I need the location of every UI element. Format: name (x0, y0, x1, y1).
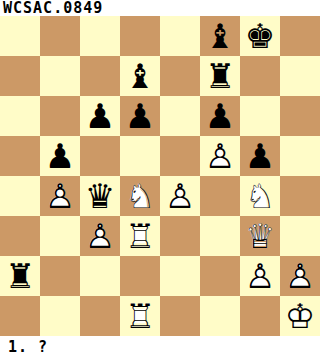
square-b1[interactable] (40, 296, 80, 336)
piece-glyph: ♘ (240, 176, 280, 216)
piece-glyph: ♙ (240, 256, 280, 296)
square-a1[interactable] (0, 296, 40, 336)
piece-glyph: ♙ (80, 216, 120, 256)
square-c7[interactable] (80, 56, 120, 96)
square-h6[interactable] (280, 96, 320, 136)
piece-black-pawn: ♟ (240, 136, 280, 176)
square-c6[interactable]: ♟ (80, 96, 120, 136)
square-g1[interactable] (240, 296, 280, 336)
square-a5[interactable] (0, 136, 40, 176)
square-f6[interactable]: ♟ (200, 96, 240, 136)
square-a7[interactable] (0, 56, 40, 96)
square-f1[interactable] (200, 296, 240, 336)
square-f5[interactable]: ♟♙ (200, 136, 240, 176)
piece-white-queen: ♛♕ (240, 216, 280, 256)
square-d3[interactable]: ♜♖ (120, 216, 160, 256)
piece-glyph: ♝ (200, 16, 240, 56)
square-e6[interactable] (160, 96, 200, 136)
square-a3[interactable] (0, 216, 40, 256)
window-title: WCSAC.0849 (0, 0, 103, 16)
square-a6[interactable] (0, 96, 40, 136)
piece-white-pawn: ♟♙ (280, 256, 320, 296)
square-d5[interactable] (120, 136, 160, 176)
square-b2[interactable] (40, 256, 80, 296)
status-bar: 1. ? (0, 336, 320, 360)
square-g2[interactable]: ♟♙ (240, 256, 280, 296)
square-b8[interactable] (40, 16, 80, 56)
piece-white-king: ♚♔ (280, 296, 320, 336)
piece-glyph: ♙ (200, 136, 240, 176)
piece-black-rook: ♜ (200, 56, 240, 96)
square-c2[interactable] (80, 256, 120, 296)
piece-white-knight: ♞♘ (240, 176, 280, 216)
square-d2[interactable] (120, 256, 160, 296)
square-g5[interactable]: ♟ (240, 136, 280, 176)
piece-glyph: ♔ (280, 296, 320, 336)
piece-glyph: ♕ (240, 216, 280, 256)
piece-glyph: ♖ (120, 216, 160, 256)
square-e7[interactable] (160, 56, 200, 96)
square-g4[interactable]: ♞♘ (240, 176, 280, 216)
square-d1[interactable]: ♜♖ (120, 296, 160, 336)
piece-black-pawn: ♟ (120, 96, 160, 136)
square-h2[interactable]: ♟♙ (280, 256, 320, 296)
piece-black-king: ♚ (240, 16, 280, 56)
chess-board: ♝♚♝♜♟♟♟♟♟♙♟♟♙♛♞♘♟♙♞♘♟♙♜♖♛♕♜♟♙♟♙♜♖♚♔ (0, 16, 320, 336)
piece-white-rook: ♜♖ (120, 296, 160, 336)
piece-glyph: ♟ (80, 96, 120, 136)
piece-glyph: ♟ (200, 96, 240, 136)
piece-glyph: ♛ (80, 176, 120, 216)
square-c1[interactable] (80, 296, 120, 336)
piece-black-pawn: ♟ (40, 136, 80, 176)
square-b3[interactable] (40, 216, 80, 256)
square-g7[interactable] (240, 56, 280, 96)
piece-white-rook: ♜♖ (120, 216, 160, 256)
square-g3[interactable]: ♛♕ (240, 216, 280, 256)
move-prompt: 1. ? (0, 336, 48, 355)
piece-glyph: ♟ (240, 136, 280, 176)
square-h3[interactable] (280, 216, 320, 256)
piece-glyph: ♝ (120, 56, 160, 96)
square-d4[interactable]: ♞♘ (120, 176, 160, 216)
square-c5[interactable] (80, 136, 120, 176)
piece-black-bishop: ♝ (200, 16, 240, 56)
square-g6[interactable] (240, 96, 280, 136)
square-f3[interactable] (200, 216, 240, 256)
piece-white-pawn: ♟♙ (240, 256, 280, 296)
piece-glyph: ♚ (240, 16, 280, 56)
piece-white-pawn: ♟♙ (40, 176, 80, 216)
piece-glyph: ♘ (120, 176, 160, 216)
square-b4[interactable]: ♟♙ (40, 176, 80, 216)
square-c8[interactable] (80, 16, 120, 56)
square-d8[interactable] (120, 16, 160, 56)
square-a8[interactable] (0, 16, 40, 56)
square-h1[interactable]: ♚♔ (280, 296, 320, 336)
piece-white-pawn: ♟♙ (80, 216, 120, 256)
square-a4[interactable] (0, 176, 40, 216)
piece-black-pawn: ♟ (200, 96, 240, 136)
title-bar: WCSAC.0849 (0, 0, 320, 16)
piece-white-pawn: ♟♙ (200, 136, 240, 176)
square-e8[interactable] (160, 16, 200, 56)
square-e4[interactable]: ♟♙ (160, 176, 200, 216)
piece-white-pawn: ♟♙ (160, 176, 200, 216)
piece-white-knight: ♞♘ (120, 176, 160, 216)
square-e3[interactable] (160, 216, 200, 256)
square-h4[interactable] (280, 176, 320, 216)
square-d6[interactable]: ♟ (120, 96, 160, 136)
square-e5[interactable] (160, 136, 200, 176)
square-e1[interactable] (160, 296, 200, 336)
square-c4[interactable]: ♛ (80, 176, 120, 216)
square-h5[interactable] (280, 136, 320, 176)
square-g8[interactable]: ♚ (240, 16, 280, 56)
square-c3[interactable]: ♟♙ (80, 216, 120, 256)
piece-glyph: ♟ (40, 136, 80, 176)
piece-black-bishop: ♝ (120, 56, 160, 96)
piece-black-queen: ♛ (80, 176, 120, 216)
piece-glyph: ♟ (120, 96, 160, 136)
piece-glyph: ♙ (280, 256, 320, 296)
square-b5[interactable]: ♟ (40, 136, 80, 176)
piece-black-pawn: ♟ (80, 96, 120, 136)
square-h8[interactable] (280, 16, 320, 56)
piece-glyph: ♖ (120, 296, 160, 336)
piece-glyph: ♙ (160, 176, 200, 216)
square-f8[interactable]: ♝ (200, 16, 240, 56)
piece-glyph: ♜ (0, 256, 40, 296)
piece-glyph: ♜ (200, 56, 240, 96)
square-f7[interactable]: ♜ (200, 56, 240, 96)
square-h7[interactable] (280, 56, 320, 96)
square-b7[interactable] (40, 56, 80, 96)
square-b6[interactable] (40, 96, 80, 136)
square-a2[interactable]: ♜ (0, 256, 40, 296)
piece-glyph: ♙ (40, 176, 80, 216)
square-d7[interactable]: ♝ (120, 56, 160, 96)
square-e2[interactable] (160, 256, 200, 296)
square-f2[interactable] (200, 256, 240, 296)
square-f4[interactable] (200, 176, 240, 216)
piece-black-rook: ♜ (0, 256, 40, 296)
